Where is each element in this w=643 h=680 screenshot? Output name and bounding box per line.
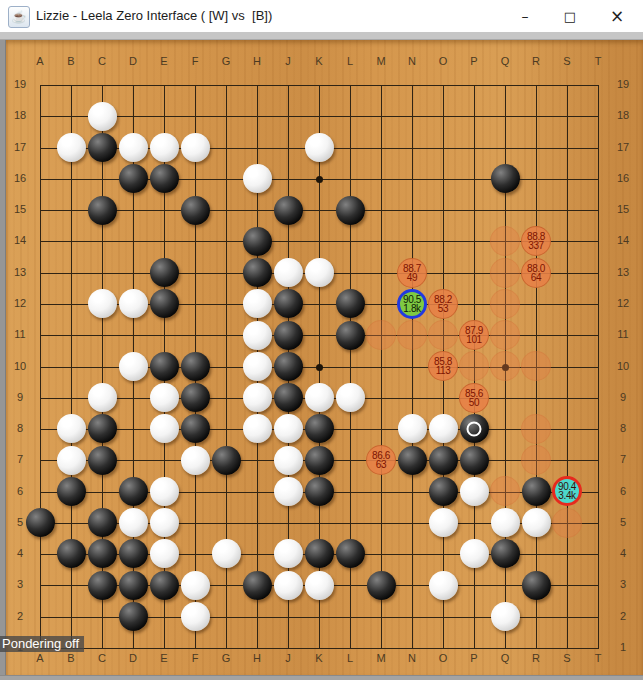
best-move-suggestion-N12[interactable]: 90.51.8k (397, 289, 427, 319)
stone-white-J7[interactable] (274, 446, 303, 475)
stone-black-H13[interactable] (243, 258, 272, 287)
coord-label: P (464, 55, 484, 67)
visits-value: 113 (436, 366, 451, 375)
stone-black-R3[interactable] (522, 571, 551, 600)
maximize-button[interactable]: □ (548, 0, 592, 32)
stone-black-D6[interactable] (119, 477, 148, 506)
visits-value: 64 (531, 273, 541, 282)
visits-value: 101 (466, 335, 482, 344)
stone-black-J10[interactable] (274, 352, 303, 381)
faint-candidate-move-S5[interactable] (552, 508, 582, 538)
stone-white-D17[interactable] (119, 133, 148, 162)
board-intersections-grid[interactable]: 90.51.8k90.43.4k88.833788.74988.06488.25… (25, 69, 614, 663)
visits-value: 1.8k (403, 304, 420, 313)
coord-label: T (588, 55, 608, 67)
stone-white-H16[interactable] (243, 164, 272, 193)
stone-black-L4[interactable] (336, 539, 365, 568)
window-bottom-border (0, 675, 643, 680)
stone-white-P4[interactable] (460, 539, 489, 568)
stone-black-H14[interactable] (243, 227, 272, 256)
faint-candidate-move-R8[interactable] (521, 414, 551, 444)
coord-label: L (340, 55, 360, 67)
stone-white-G4[interactable] (212, 539, 241, 568)
alt-move-suggestion-S6[interactable]: 90.43.4k (552, 476, 582, 506)
candidate-move-P11[interactable]: 87.9101 (459, 320, 489, 350)
visits-value: 63 (376, 460, 386, 469)
stone-black-C15[interactable] (88, 196, 117, 225)
faint-candidate-move-Q11[interactable] (490, 320, 520, 350)
stone-white-F3[interactable] (181, 571, 210, 600)
faint-candidate-move-Q13[interactable] (490, 258, 520, 288)
stone-black-B4[interactable] (57, 539, 86, 568)
last-move-marker (467, 421, 482, 436)
candidate-move-N13[interactable]: 88.749 (397, 258, 427, 288)
stone-white-J6[interactable] (274, 477, 303, 506)
stone-black-L12[interactable] (336, 289, 365, 318)
stone-white-H11[interactable] (243, 321, 272, 350)
coord-label: N (402, 55, 422, 67)
stone-white-O8[interactable] (429, 414, 458, 443)
stone-white-K17[interactable] (305, 133, 334, 162)
faint-candidate-move-Q10[interactable] (490, 351, 520, 381)
minimize-button[interactable]: – (503, 0, 547, 32)
stone-black-A5[interactable] (26, 508, 55, 537)
stone-white-B17[interactable] (57, 133, 86, 162)
stone-black-E3[interactable] (150, 571, 179, 600)
stone-black-J12[interactable] (274, 289, 303, 318)
coord-label: 8 (610, 422, 636, 434)
window-left-border (0, 40, 6, 675)
stone-white-D10[interactable] (119, 352, 148, 381)
faint-candidate-move-M11[interactable] (366, 320, 396, 350)
stone-white-D12[interactable] (119, 289, 148, 318)
stone-white-H9[interactable] (243, 383, 272, 412)
coord-label: 7 (610, 453, 636, 465)
coord-label: G (216, 55, 236, 67)
stone-white-H12[interactable] (243, 289, 272, 318)
stone-black-C17[interactable] (88, 133, 117, 162)
stone-white-E17[interactable] (150, 133, 179, 162)
stone-white-E8[interactable] (150, 414, 179, 443)
stone-black-F8[interactable] (181, 414, 210, 443)
stone-white-E5[interactable] (150, 508, 179, 537)
coord-label: 2 (610, 610, 636, 622)
coord-label: C (92, 55, 112, 67)
stone-black-E13[interactable] (150, 258, 179, 287)
visits-value: 337 (528, 241, 544, 250)
title-bar[interactable]: ☕ Lizzie - Leela Zero Interface ( [W] vs… (0, 0, 643, 32)
stone-black-C8[interactable] (88, 414, 117, 443)
candidate-move-M7[interactable]: 86.663 (366, 445, 396, 475)
coord-label: 3 (610, 578, 636, 590)
stone-white-K13[interactable] (305, 258, 334, 287)
lizzie-window: ☕ Lizzie - Leela Zero Interface ( [W] vs… (0, 0, 643, 680)
visits-value: 49 (407, 273, 417, 282)
stone-white-N8[interactable] (398, 414, 427, 443)
coord-label: S (557, 55, 577, 67)
faint-candidate-move-O11[interactable] (428, 320, 458, 350)
coord-label: 6 (610, 485, 636, 497)
faint-candidate-move-Q6[interactable] (490, 476, 520, 506)
stone-white-E4[interactable] (150, 539, 179, 568)
stone-black-M3[interactable] (367, 571, 396, 600)
stone-white-H10[interactable] (243, 352, 272, 381)
java-coffee-icon: ☕ (8, 6, 30, 28)
window-menu-strip (0, 32, 643, 40)
stone-white-E6[interactable] (150, 477, 179, 506)
coord-label: 1 (610, 641, 636, 653)
stone-black-P8[interactable] (460, 414, 489, 443)
coord-label: 18 (610, 109, 636, 121)
stone-black-E16[interactable] (150, 164, 179, 193)
stone-white-E9[interactable] (150, 383, 179, 412)
stone-black-H3[interactable] (243, 571, 272, 600)
coord-label: 11 (610, 328, 636, 340)
stone-black-Q16[interactable] (491, 164, 520, 193)
stone-white-O5[interactable] (429, 508, 458, 537)
coord-label: 17 (610, 141, 636, 153)
stone-black-Q4[interactable] (491, 539, 520, 568)
stone-white-P6[interactable] (460, 477, 489, 506)
pondering-status: Pondering off (0, 636, 84, 652)
coord-label: H (247, 55, 267, 67)
coord-label: 14 (610, 234, 636, 246)
stone-white-C12[interactable] (88, 289, 117, 318)
stone-black-F15[interactable] (181, 196, 210, 225)
stone-black-D16[interactable] (119, 164, 148, 193)
stone-black-F10[interactable] (181, 352, 210, 381)
coord-label: M (371, 55, 391, 67)
stone-black-F9[interactable] (181, 383, 210, 412)
stone-white-F17[interactable] (181, 133, 210, 162)
coord-label: E (154, 55, 174, 67)
coord-label: K (309, 55, 329, 67)
stone-black-E10[interactable] (150, 352, 179, 381)
faint-candidate-move-Q14[interactable] (490, 226, 520, 256)
stone-black-D3[interactable] (119, 571, 148, 600)
stone-black-C3[interactable] (88, 571, 117, 600)
coord-label: B (61, 55, 81, 67)
stone-white-L9[interactable] (336, 383, 365, 412)
candidate-move-R14[interactable]: 88.8337 (521, 226, 551, 256)
visits-value: 53 (438, 304, 448, 313)
coord-label: 4 (610, 547, 636, 559)
stone-white-F7[interactable] (181, 446, 210, 475)
stone-white-Q2[interactable] (491, 602, 520, 631)
stone-black-D2[interactable] (119, 602, 148, 631)
faint-candidate-move-R10[interactable] (521, 351, 551, 381)
coord-label: 5 (610, 516, 636, 528)
candidate-move-O10[interactable]: 85.8113 (428, 351, 458, 381)
faint-candidate-move-N11[interactable] (397, 320, 427, 350)
coord-label: R (526, 55, 546, 67)
stone-black-J15[interactable] (274, 196, 303, 225)
stone-white-C9[interactable] (88, 383, 117, 412)
stone-black-K8[interactable] (305, 414, 334, 443)
stone-white-K3[interactable] (305, 571, 334, 600)
coord-label: F (185, 55, 205, 67)
coord-label: J (278, 55, 298, 67)
stone-white-D5[interactable] (119, 508, 148, 537)
candidate-move-O12[interactable]: 88.253 (428, 289, 458, 319)
coord-label: A (30, 55, 50, 67)
stone-white-K9[interactable] (305, 383, 334, 412)
stone-white-J4[interactable] (274, 539, 303, 568)
stone-black-L15[interactable] (336, 196, 365, 225)
stone-black-C4[interactable] (88, 539, 117, 568)
coord-label: Q (495, 55, 515, 67)
stone-black-P7[interactable] (460, 446, 489, 475)
faint-candidate-move-P10[interactable] (459, 351, 489, 381)
stone-white-R5[interactable] (522, 508, 551, 537)
window-title: Lizzie - Leela Zero Interface ( [W] vs [… (36, 8, 272, 23)
coord-label: 19 (610, 78, 636, 90)
faint-candidate-move-Q12[interactable] (490, 289, 520, 319)
stone-black-D4[interactable] (119, 539, 148, 568)
coord-label: 10 (610, 360, 636, 372)
coord-label: D (123, 55, 143, 67)
visits-value: 3.4k (558, 491, 575, 500)
stone-black-R6[interactable] (522, 477, 551, 506)
candidate-move-P9[interactable]: 85.650 (459, 383, 489, 413)
stone-black-L11[interactable] (336, 321, 365, 350)
stone-black-J9[interactable] (274, 383, 303, 412)
stone-black-O7[interactable] (429, 446, 458, 475)
stone-black-C7[interactable] (88, 446, 117, 475)
coord-label: 9 (610, 391, 636, 403)
stone-black-C5[interactable] (88, 508, 117, 537)
stone-black-K4[interactable] (305, 539, 334, 568)
stone-black-K7[interactable] (305, 446, 334, 475)
stone-black-G7[interactable] (212, 446, 241, 475)
stone-white-B7[interactable] (57, 446, 86, 475)
stone-black-E12[interactable] (150, 289, 179, 318)
stone-black-B6[interactable] (57, 477, 86, 506)
close-button[interactable]: × (595, 0, 639, 32)
stone-black-J11[interactable] (274, 321, 303, 350)
stone-white-B8[interactable] (57, 414, 86, 443)
visits-value: 50 (469, 398, 479, 407)
coord-label: 12 (610, 297, 636, 309)
candidate-move-R13[interactable]: 88.064 (521, 258, 551, 288)
coord-label: 16 (610, 172, 636, 184)
stone-black-K6[interactable] (305, 477, 334, 506)
go-board[interactable]: AABBCCDDEEFFGGHHJJKKLLMMNNOOPPQQRRSSTT19… (6, 40, 643, 675)
stone-white-H8[interactable] (243, 414, 272, 443)
coord-label: 15 (610, 203, 636, 215)
stone-white-J13[interactable] (274, 258, 303, 287)
coord-label: O (433, 55, 453, 67)
stone-white-O3[interactable] (429, 571, 458, 600)
stone-white-J3[interactable] (274, 571, 303, 600)
stone-white-J8[interactable] (274, 414, 303, 443)
stone-white-C18[interactable] (88, 102, 117, 131)
stone-white-F2[interactable] (181, 602, 210, 631)
stone-black-O6[interactable] (429, 477, 458, 506)
stone-black-N7[interactable] (398, 446, 427, 475)
coord-label: 13 (610, 266, 636, 278)
stone-white-Q5[interactable] (491, 508, 520, 537)
faint-candidate-move-R7[interactable] (521, 445, 551, 475)
